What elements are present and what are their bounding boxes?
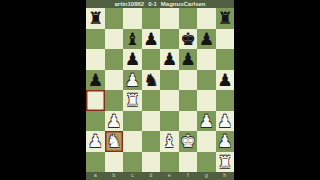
square-c6[interactable]: ♟ <box>123 49 142 70</box>
square-b6[interactable] <box>105 49 124 70</box>
piece-black-pawn[interactable]: ♟ <box>180 49 195 70</box>
piece-black-pawn[interactable]: ♟ <box>88 70 103 91</box>
piece-white-pawn[interactable]: ♟ <box>88 131 103 152</box>
white-player-name: artin10862 <box>114 1 144 7</box>
chess-board[interactable]: ♜♜♝♟♚♟♟♟♟♟♟♞♟♜♟♟♟♟♞♝♚♟♜ <box>86 8 234 172</box>
file-label-b: b <box>105 172 124 180</box>
square-d6[interactable] <box>142 49 161 70</box>
square-c8[interactable] <box>123 8 142 29</box>
square-d2[interactable] <box>142 131 161 152</box>
square-e2[interactable]: ♝ <box>160 131 179 152</box>
letterbox-left <box>0 0 86 180</box>
square-f1[interactable] <box>179 152 198 173</box>
piece-white-king[interactable]: ♚ <box>180 131 195 152</box>
piece-white-pawn[interactable]: ♟ <box>217 111 232 132</box>
file-coordinates: abcdefgh <box>86 172 234 180</box>
square-f5[interactable] <box>179 70 198 91</box>
square-c1[interactable] <box>123 152 142 173</box>
piece-black-knight[interactable]: ♞ <box>143 70 158 91</box>
piece-black-pawn[interactable]: ♟ <box>162 49 177 70</box>
square-b4[interactable] <box>105 90 124 111</box>
square-c2[interactable] <box>123 131 142 152</box>
square-a7[interactable] <box>86 29 105 50</box>
square-h3[interactable]: ♟ <box>216 111 235 132</box>
piece-white-pawn[interactable]: ♟ <box>125 70 140 91</box>
square-b7[interactable] <box>105 29 124 50</box>
file-label-g: g <box>197 172 216 180</box>
square-e3[interactable] <box>160 111 179 132</box>
square-g5[interactable] <box>197 70 216 91</box>
square-f3[interactable] <box>179 111 198 132</box>
square-g7[interactable]: ♟ <box>197 29 216 50</box>
piece-black-rook[interactable]: ♜ <box>88 8 103 29</box>
piece-black-bishop[interactable]: ♝ <box>125 29 140 50</box>
piece-white-bishop[interactable]: ♝ <box>162 131 177 152</box>
piece-black-king[interactable]: ♚ <box>180 29 195 50</box>
square-f8[interactable] <box>179 8 198 29</box>
square-f7[interactable]: ♚ <box>179 29 198 50</box>
piece-white-rook[interactable]: ♜ <box>217 152 232 173</box>
square-f6[interactable]: ♟ <box>179 49 198 70</box>
square-d7[interactable]: ♟ <box>142 29 161 50</box>
square-a1[interactable] <box>86 152 105 173</box>
piece-white-pawn[interactable]: ♟ <box>199 111 214 132</box>
square-g4[interactable] <box>197 90 216 111</box>
square-c5[interactable]: ♟ <box>123 70 142 91</box>
piece-black-pawn[interactable]: ♟ <box>143 29 158 50</box>
piece-white-pawn[interactable]: ♟ <box>217 131 232 152</box>
square-h1[interactable]: ♜ <box>216 152 235 173</box>
square-g8[interactable] <box>197 8 216 29</box>
video-thumbnail: artin108620-1MagnusCarlsen ♜♜♝♟♚♟♟♟♟♟♟♞♟… <box>0 0 320 180</box>
square-e8[interactable] <box>160 8 179 29</box>
square-e1[interactable] <box>160 152 179 173</box>
square-a5[interactable]: ♟ <box>86 70 105 91</box>
square-h7[interactable] <box>216 29 235 50</box>
square-h6[interactable] <box>216 49 235 70</box>
square-a2[interactable]: ♟ <box>86 131 105 152</box>
letterbox-right <box>234 0 320 180</box>
square-c4[interactable]: ♜ <box>123 90 142 111</box>
square-h8[interactable]: ♜ <box>216 8 235 29</box>
square-d3[interactable] <box>142 111 161 132</box>
square-a6[interactable] <box>86 49 105 70</box>
square-e7[interactable] <box>160 29 179 50</box>
square-e5[interactable] <box>160 70 179 91</box>
square-b2[interactable]: ♞ <box>105 131 124 152</box>
piece-black-pawn[interactable]: ♟ <box>125 49 140 70</box>
file-label-a: a <box>86 172 105 180</box>
square-d1[interactable] <box>142 152 161 173</box>
square-d5[interactable]: ♞ <box>142 70 161 91</box>
game-title-bar: artin108620-1MagnusCarlsen <box>86 0 234 8</box>
file-label-c: c <box>123 172 142 180</box>
file-label-h: h <box>216 172 235 180</box>
piece-black-pawn[interactable]: ♟ <box>199 29 214 50</box>
square-a4[interactable] <box>86 90 105 111</box>
square-h4[interactable] <box>216 90 235 111</box>
file-label-d: d <box>142 172 161 180</box>
game-result: 0-1 <box>148 1 157 7</box>
square-e4[interactable] <box>160 90 179 111</box>
piece-white-knight[interactable]: ♞ <box>106 131 121 152</box>
square-b3[interactable]: ♟ <box>105 111 124 132</box>
square-b5[interactable] <box>105 70 124 91</box>
piece-black-pawn[interactable]: ♟ <box>217 70 232 91</box>
file-label-e: e <box>160 172 179 180</box>
square-g3[interactable]: ♟ <box>197 111 216 132</box>
square-h2[interactable]: ♟ <box>216 131 235 152</box>
file-label-f: f <box>179 172 198 180</box>
square-c7[interactable]: ♝ <box>123 29 142 50</box>
square-c3[interactable] <box>123 111 142 132</box>
piece-white-rook[interactable]: ♜ <box>125 90 140 111</box>
square-a3[interactable] <box>86 111 105 132</box>
square-f4[interactable] <box>179 90 198 111</box>
square-e6[interactable]: ♟ <box>160 49 179 70</box>
square-b1[interactable] <box>105 152 124 173</box>
chess-app-panel: artin108620-1MagnusCarlsen ♜♜♝♟♚♟♟♟♟♟♟♞♟… <box>86 0 234 180</box>
square-g2[interactable] <box>197 131 216 152</box>
piece-black-rook[interactable]: ♜ <box>217 8 232 29</box>
square-d8[interactable] <box>142 8 161 29</box>
square-a8[interactable]: ♜ <box>86 8 105 29</box>
square-d4[interactable] <box>142 90 161 111</box>
black-player-name: MagnusCarlsen <box>161 1 206 7</box>
square-b8[interactable] <box>105 8 124 29</box>
square-g6[interactable] <box>197 49 216 70</box>
square-h5[interactable]: ♟ <box>216 70 235 91</box>
square-g1[interactable] <box>197 152 216 173</box>
square-f2[interactable]: ♚ <box>179 131 198 152</box>
piece-white-pawn[interactable]: ♟ <box>106 111 121 132</box>
